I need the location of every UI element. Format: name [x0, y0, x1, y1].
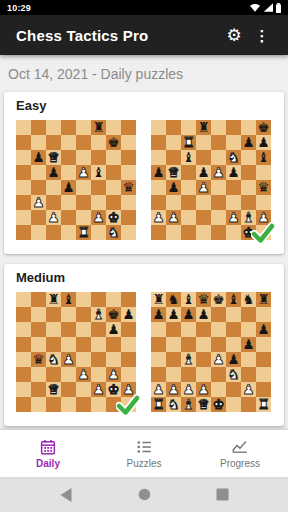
- board-square: ♜: [196, 120, 211, 135]
- board-square: ♚: [106, 307, 121, 322]
- board-square: [76, 292, 91, 307]
- status-icons: [250, 3, 281, 13]
- board-square: [91, 225, 106, 240]
- status-time: 10:29: [7, 3, 31, 13]
- board-square: [256, 382, 271, 397]
- board-square: ♝: [226, 292, 241, 307]
- black-rook: ♜: [257, 292, 269, 307]
- board-square: [226, 382, 241, 397]
- black-king: ♚: [107, 135, 119, 150]
- board-square: [166, 135, 181, 150]
- black-pawn: ♟: [242, 337, 254, 352]
- board-square: [121, 135, 136, 150]
- medium-boards-row: ♜♝♝♚♟♟♛♞♟♟♟♛♟♚♟ ♜♞♝♛♚♝♞♜♟♟♟♟♟♟♝♟♟♞♟♟♟♟♟♜…: [4, 292, 284, 412]
- board-square: [76, 307, 91, 322]
- board-square: [91, 195, 106, 210]
- board-square: [31, 307, 46, 322]
- board-square: [256, 195, 271, 210]
- board-square: [16, 225, 31, 240]
- board-square: [106, 180, 121, 195]
- tab-puzzles[interactable]: Puzzles: [96, 430, 192, 477]
- tab-puzzles-label: Puzzles: [126, 458, 161, 469]
- black-pawn: ♟: [227, 352, 239, 367]
- status-bar: 10:29: [0, 0, 288, 15]
- board-square: [16, 292, 31, 307]
- board-square: ♟: [76, 165, 91, 180]
- board-square: ♟: [46, 210, 61, 225]
- board-square: ♟: [46, 165, 61, 180]
- board-square: ♝: [61, 292, 76, 307]
- board-square: [241, 150, 256, 165]
- board-square: [76, 210, 91, 225]
- black-rook: ♜: [197, 120, 209, 135]
- system-navigation-bar: [0, 477, 288, 512]
- board-square: [226, 180, 241, 195]
- board-square: [166, 225, 181, 240]
- board-square: [211, 225, 226, 240]
- board-square: [61, 337, 76, 352]
- board-square: [151, 150, 166, 165]
- board-square: [241, 120, 256, 135]
- board-square: ♛: [256, 180, 271, 195]
- overflow-menu-icon[interactable]: ⋮: [248, 21, 276, 49]
- black-queen: ♛: [257, 180, 269, 195]
- board-square: ♛: [166, 165, 181, 180]
- board-square: [256, 165, 271, 180]
- board-square: [106, 150, 121, 165]
- white-pawn: ♟: [167, 382, 179, 397]
- board-square: ♛: [196, 397, 211, 412]
- board-square: ♝: [91, 307, 106, 322]
- white-pawn: ♟: [77, 165, 89, 180]
- black-bishop: ♝: [257, 150, 269, 165]
- board-square: [211, 367, 226, 382]
- board-square: ♞: [226, 150, 241, 165]
- board-square: [166, 352, 181, 367]
- board-square: [16, 150, 31, 165]
- board-square: ♟: [241, 135, 256, 150]
- tab-progress[interactable]: Progress: [192, 430, 288, 477]
- board-square: [16, 135, 31, 150]
- black-king: ♚: [257, 120, 269, 135]
- board-square: [31, 210, 46, 225]
- black-pawn: ♟: [257, 322, 269, 337]
- white-pawn: ♟: [167, 210, 179, 225]
- board-square: [241, 195, 256, 210]
- black-pawn: ♟: [242, 135, 254, 150]
- chess-board[interactable]: ♜♚♜♟♟♝♞♝♟♛♟♟♟♟♟♛♟♟♟♝♟♚: [151, 120, 271, 240]
- white-pawn: ♟: [77, 367, 89, 382]
- board-square: ♚: [211, 397, 226, 412]
- board-square: ♟: [61, 352, 76, 367]
- black-bishop: ♝: [227, 292, 239, 307]
- board-square: ♜: [76, 225, 91, 240]
- board-square: [46, 120, 61, 135]
- board-square: [226, 307, 241, 322]
- board-square: ♝: [256, 150, 271, 165]
- white-pawn: ♟: [152, 210, 164, 225]
- board-square: [211, 150, 226, 165]
- white-rook: ♜: [257, 397, 269, 412]
- board-square: [226, 397, 241, 412]
- board-square: [46, 367, 61, 382]
- board-square: [61, 397, 76, 412]
- board-square: [211, 180, 226, 195]
- board-square: ♞: [241, 292, 256, 307]
- board-square: ♞: [166, 292, 181, 307]
- board-square: [16, 322, 31, 337]
- board-square: [106, 195, 121, 210]
- board-square: ♟: [106, 322, 121, 337]
- board-square: [181, 367, 196, 382]
- white-queen: ♛: [197, 397, 209, 412]
- black-pawn: ♟: [32, 150, 44, 165]
- white-king: ♚: [212, 397, 224, 412]
- board-square: ♛: [31, 352, 46, 367]
- white-pawn: ♟: [62, 352, 74, 367]
- board-square: [121, 352, 136, 367]
- board-square: [256, 307, 271, 322]
- black-queen: ♛: [32, 352, 44, 367]
- black-pawn: ♟: [167, 180, 179, 195]
- white-pawn: ♟: [107, 367, 119, 382]
- white-knight: ♞: [167, 397, 179, 412]
- board-square: ♜: [91, 120, 106, 135]
- board-square: [76, 120, 91, 135]
- board-square: [211, 210, 226, 225]
- board-square: [166, 150, 181, 165]
- white-bishop: ♝: [92, 307, 104, 322]
- board-square: [196, 337, 211, 352]
- back-icon[interactable]: [58, 487, 74, 503]
- board-square: ♟: [91, 382, 106, 397]
- black-pawn: ♟: [122, 307, 134, 322]
- board-square: [211, 135, 226, 150]
- board-square: [181, 180, 196, 195]
- black-knight: ♞: [242, 292, 254, 307]
- board-square: [196, 195, 211, 210]
- board-square: ♛: [121, 180, 136, 195]
- black-pawn: ♟: [107, 322, 119, 337]
- board-square: [226, 322, 241, 337]
- board-square: [151, 195, 166, 210]
- board-square: [91, 322, 106, 337]
- board-square: [106, 352, 121, 367]
- board-square: [196, 150, 211, 165]
- board-square: ♝: [181, 352, 196, 367]
- board-square: [76, 135, 91, 150]
- board-square: [211, 120, 226, 135]
- board-square: [31, 165, 46, 180]
- board-square: ♜: [46, 292, 61, 307]
- board-square: [16, 195, 31, 210]
- board-square: [241, 397, 256, 412]
- board-square: [91, 180, 106, 195]
- calendar-icon: [39, 438, 57, 456]
- list-icon: [135, 438, 153, 456]
- board-square: [256, 367, 271, 382]
- white-pawn: ♟: [227, 210, 239, 225]
- board-square: [166, 120, 181, 135]
- board-square: [16, 337, 31, 352]
- board-square: ♛: [46, 150, 61, 165]
- board-square: [91, 397, 106, 412]
- white-rook: ♜: [152, 397, 164, 412]
- chess-board[interactable]: ♜♚♟♛♟♟♝♟♛♟♟♟♚♜♞: [16, 120, 136, 240]
- board-square: [61, 150, 76, 165]
- board-square: [181, 210, 196, 225]
- board-square: [121, 165, 136, 180]
- board-square: ♚: [106, 135, 121, 150]
- board-square: [196, 135, 211, 150]
- board-square: ♝: [181, 292, 196, 307]
- board-square: ♟: [211, 165, 226, 180]
- white-bishop: ♝: [182, 397, 194, 412]
- board-square: ♟: [151, 307, 166, 322]
- black-pawn: ♟: [62, 180, 74, 195]
- tab-daily[interactable]: Daily: [0, 430, 96, 477]
- white-pawn: ♟: [197, 382, 209, 397]
- board-square: [181, 165, 196, 180]
- board-square: [121, 292, 136, 307]
- board-square: ♛: [46, 382, 61, 397]
- black-rook: ♜: [47, 292, 59, 307]
- board-square: ♞: [46, 352, 61, 367]
- white-knight: ♞: [227, 367, 239, 382]
- board-square: ♜: [256, 292, 271, 307]
- white-queen: ♛: [47, 382, 59, 397]
- board-square: [46, 135, 61, 150]
- board-square: ♟: [121, 307, 136, 322]
- chart-icon: [231, 438, 249, 456]
- white-pawn: ♟: [32, 195, 44, 210]
- wifi-icon: [250, 3, 260, 12]
- content-area: Oct 14, 2021 - Daily puzzles Easy ♜♚♟♛♟♟…: [0, 55, 288, 430]
- tab-daily-label: Daily: [36, 458, 60, 469]
- board-square: [16, 307, 31, 322]
- board-square: [76, 397, 91, 412]
- black-pawn: ♟: [227, 165, 239, 180]
- board-square: ♟: [226, 210, 241, 225]
- bottom-navigation: Daily Puzzles Progress: [0, 430, 288, 477]
- board-square: [241, 165, 256, 180]
- board-square: ♟: [106, 367, 121, 382]
- board-square: ♟: [181, 382, 196, 397]
- board-square: [196, 352, 211, 367]
- battery-icon: [276, 3, 281, 13]
- board-square: ♟: [76, 367, 91, 382]
- board-square: [211, 322, 226, 337]
- board-square: [196, 367, 211, 382]
- daily-subtitle: Oct 14, 2021 - Daily puzzles: [0, 55, 288, 92]
- board-square: [121, 210, 136, 225]
- board-square: [31, 367, 46, 382]
- board-square: [211, 337, 226, 352]
- board-square: [226, 337, 241, 352]
- board-square: [16, 397, 31, 412]
- board-square: [151, 352, 166, 367]
- board-square: ♟: [196, 382, 211, 397]
- white-rook: ♜: [182, 135, 194, 150]
- board-square: [151, 367, 166, 382]
- board-square: [181, 337, 196, 352]
- recents-icon[interactable]: [214, 487, 230, 503]
- board-square: [16, 165, 31, 180]
- board-square: [61, 307, 76, 322]
- board-square: [61, 195, 76, 210]
- board-square: [256, 352, 271, 367]
- board-square: [31, 322, 46, 337]
- white-pawn: ♟: [182, 382, 194, 397]
- black-knight: ♞: [167, 292, 179, 307]
- board-square: [181, 195, 196, 210]
- board-square: ♟: [181, 307, 196, 322]
- medium-card-label: Medium: [4, 270, 284, 292]
- black-pawn: ♟: [197, 307, 209, 322]
- board-square: [16, 382, 31, 397]
- board-square: [121, 195, 136, 210]
- board-square: [241, 322, 256, 337]
- chess-board[interactable]: ♜♝♝♚♟♟♛♞♟♟♟♛♟♚♟: [16, 292, 136, 412]
- board-square: [16, 120, 31, 135]
- board-square: [16, 180, 31, 195]
- board-square: ♞: [166, 397, 181, 412]
- white-knight: ♞: [47, 352, 59, 367]
- easy-card: Easy ♜♚♟♛♟♟♝♟♛♟♟♟♚♜♞ ♜♚♜♟♟♝♞♝♟♛♟♟♟♟♟♛♟♟♟…: [4, 92, 284, 254]
- board-square: [226, 135, 241, 150]
- board-square: ♜: [256, 397, 271, 412]
- board-square: ♟: [226, 165, 241, 180]
- board-square: [61, 165, 76, 180]
- board-square: [256, 337, 271, 352]
- board-square: [121, 150, 136, 165]
- board-square: [226, 225, 241, 240]
- board-square: [61, 322, 76, 337]
- white-king: ♚: [107, 210, 119, 225]
- board-square: ♟: [166, 180, 181, 195]
- easy-boards-row: ♜♚♟♛♟♟♝♟♛♟♟♟♚♜♞ ♜♚♜♟♟♝♞♝♟♛♟♟♟♟♟♛♟♟♟♝♟♚: [4, 120, 284, 240]
- white-pawn: ♟: [152, 382, 164, 397]
- board-square: [211, 382, 226, 397]
- board-square: [91, 367, 106, 382]
- board-square: ♜: [151, 292, 166, 307]
- white-pawn: ♟: [197, 180, 209, 195]
- board-square: [166, 322, 181, 337]
- white-pawn: ♟: [212, 165, 224, 180]
- board-square: [31, 225, 46, 240]
- white-pawn: ♟: [92, 382, 104, 397]
- board-square: [106, 120, 121, 135]
- black-pawn: ♟: [47, 165, 59, 180]
- black-queen: ♛: [197, 292, 209, 307]
- board-square: ♞: [226, 367, 241, 382]
- board-square: [241, 367, 256, 382]
- board-square: [31, 397, 46, 412]
- board-square: ♟: [91, 210, 106, 225]
- board-square: ♞: [106, 225, 121, 240]
- board-square: [31, 135, 46, 150]
- board-square: ♟: [31, 195, 46, 210]
- cell-signal-icon: [263, 3, 273, 12]
- board-square: [61, 120, 76, 135]
- white-queen: ♛: [167, 165, 179, 180]
- board-square: [196, 322, 211, 337]
- board-square: ♟: [61, 180, 76, 195]
- board-square: [16, 210, 31, 225]
- black-bishop: ♝: [62, 292, 74, 307]
- board-square: [196, 210, 211, 225]
- board-square: [91, 292, 106, 307]
- chess-board[interactable]: ♜♞♝♛♚♝♞♜♟♟♟♟♟♟♝♟♟♞♟♟♟♟♟♜♞♝♛♚♜: [151, 292, 271, 412]
- board-square: [151, 225, 166, 240]
- white-pawn: ♟: [242, 382, 254, 397]
- black-rook: ♜: [92, 120, 104, 135]
- board-square: [151, 135, 166, 150]
- board-square: ♟: [151, 165, 166, 180]
- board-square: ♝: [91, 165, 106, 180]
- white-queen: ♛: [47, 150, 59, 165]
- black-king: ♚: [212, 292, 224, 307]
- board-square: [196, 225, 211, 240]
- black-bishop: ♝: [182, 150, 194, 165]
- board-square: [106, 165, 121, 180]
- board-square: ♟: [196, 165, 211, 180]
- board-square: [151, 322, 166, 337]
- easy-card-label: Easy: [4, 98, 284, 120]
- board-square: [76, 337, 91, 352]
- board-square: [241, 307, 256, 322]
- board-square: [61, 382, 76, 397]
- home-icon[interactable]: [136, 487, 152, 503]
- board-square: [151, 120, 166, 135]
- board-square: [106, 292, 121, 307]
- board-square: [46, 337, 61, 352]
- board-square: ♛: [196, 292, 211, 307]
- board-square: ♟: [241, 382, 256, 397]
- board-square: [91, 150, 106, 165]
- board-square: [121, 120, 136, 135]
- board-square: [31, 337, 46, 352]
- black-queen: ♛: [122, 180, 134, 195]
- white-knight: ♞: [107, 225, 119, 240]
- board-square: [241, 352, 256, 367]
- board-square: [121, 367, 136, 382]
- board-square: [31, 292, 46, 307]
- settings-gear-icon[interactable]: ⚙: [220, 21, 248, 49]
- board-square: ♟: [166, 210, 181, 225]
- board-square: ♝: [181, 397, 196, 412]
- board-square: ♜: [181, 135, 196, 150]
- board-square: ♟: [31, 150, 46, 165]
- board-square: [181, 120, 196, 135]
- black-pawn: ♟: [197, 165, 209, 180]
- board-square: [76, 180, 91, 195]
- board-square: [61, 210, 76, 225]
- board-square: [46, 397, 61, 412]
- board-square: ♟: [196, 180, 211, 195]
- board-square: [46, 195, 61, 210]
- board-square: [121, 225, 136, 240]
- board-square: [61, 135, 76, 150]
- board-square: [76, 352, 91, 367]
- board-square: [166, 367, 181, 382]
- board-square: ♟: [196, 307, 211, 322]
- board-square: ♜: [151, 397, 166, 412]
- tab-progress-label: Progress: [220, 458, 260, 469]
- black-rook: ♜: [152, 292, 164, 307]
- app-bar: Chess Tactics Pro ⚙ ⋮: [0, 15, 288, 55]
- board-square: [166, 195, 181, 210]
